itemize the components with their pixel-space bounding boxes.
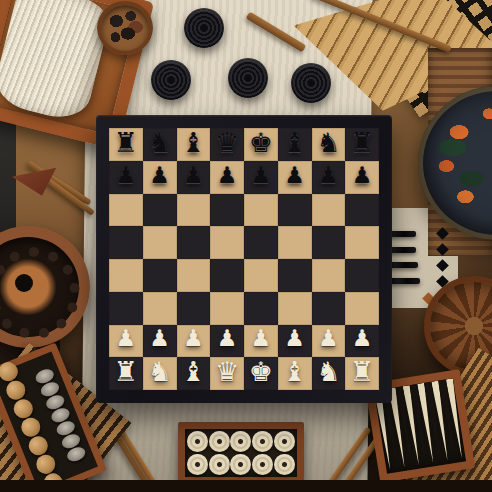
square-f8[interactable]: ♝ — [278, 128, 312, 161]
square-e8[interactable]: ♚ — [244, 128, 278, 161]
square-d8[interactable]: ♛ — [210, 128, 244, 161]
square-g8[interactable]: ♞ — [312, 128, 346, 161]
square-g5[interactable] — [312, 226, 346, 259]
square-g1[interactable]: ♞ — [312, 357, 346, 390]
piece-black-pawn[interactable]: ♟ — [116, 164, 137, 187]
square-h6[interactable] — [345, 194, 379, 227]
square-h1[interactable]: ♜ — [345, 357, 379, 390]
chess-board-grid: ♜♞♝♛♚♝♞♜♟♟♟♟♟♟♟♟♟♟♟♟♟♟♟♟♜♞♝♛♚♝♞♜ — [109, 128, 379, 390]
white-checker-disc — [209, 431, 230, 452]
bead-bowl-center — [15, 274, 33, 292]
square-g6[interactable] — [312, 194, 346, 227]
square-f2[interactable]: ♟ — [278, 325, 312, 358]
square-e2[interactable]: ♟ — [244, 325, 278, 358]
white-checker-disc — [252, 431, 273, 452]
square-h8[interactable]: ♜ — [345, 128, 379, 161]
bead-bowl — [0, 226, 90, 348]
square-h7[interactable]: ♟ — [345, 161, 379, 194]
disc-row — [187, 454, 295, 475]
square-g7[interactable]: ♟ — [312, 161, 346, 194]
tray-of-white-checkers — [178, 422, 304, 484]
square-h4[interactable] — [345, 259, 379, 292]
square-b5[interactable] — [143, 226, 177, 259]
square-c4[interactable] — [177, 259, 211, 292]
piece-black-bishop[interactable]: ♝ — [283, 129, 307, 156]
white-checker-disc — [252, 454, 273, 475]
square-a7[interactable]: ♟ — [109, 161, 143, 194]
wooden-bowl-with-stones — [97, 1, 153, 55]
piece-black-pawn[interactable]: ♟ — [284, 164, 305, 187]
white-checker-disc — [274, 431, 295, 452]
white-checker-disc — [230, 454, 251, 475]
square-f7[interactable]: ♟ — [278, 161, 312, 194]
table-edge-shadow — [0, 480, 492, 492]
square-g2[interactable]: ♟ — [312, 325, 346, 358]
white-checker-disc — [209, 454, 230, 475]
square-b8[interactable]: ♞ — [143, 128, 177, 161]
square-b2[interactable]: ♟ — [143, 325, 177, 358]
square-e6[interactable] — [244, 194, 278, 227]
square-b3[interactable] — [143, 292, 177, 325]
piece-black-pawn[interactable]: ♟ — [251, 164, 272, 187]
square-a5[interactable] — [109, 226, 143, 259]
square-c5[interactable] — [177, 226, 211, 259]
square-c6[interactable] — [177, 194, 211, 227]
square-a4[interactable] — [109, 259, 143, 292]
piece-white-queen[interactable]: ♛ — [215, 358, 239, 385]
black-checker-disc — [151, 60, 191, 100]
black-checker-disc — [291, 63, 331, 103]
square-f1[interactable]: ♝ — [278, 357, 312, 390]
piece-black-knight[interactable]: ♞ — [316, 129, 340, 156]
square-d4[interactable] — [210, 259, 244, 292]
bead-ring — [0, 247, 80, 339]
square-g3[interactable] — [312, 292, 346, 325]
square-b4[interactable] — [143, 259, 177, 292]
piece-white-bishop[interactable]: ♝ — [181, 358, 205, 385]
white-checker-disc — [187, 454, 208, 475]
piece-black-queen[interactable]: ♛ — [215, 129, 239, 156]
square-e7[interactable]: ♟ — [244, 161, 278, 194]
square-f4[interactable] — [278, 259, 312, 292]
piece-white-pawn[interactable]: ♟ — [318, 327, 339, 350]
square-a2[interactable]: ♟ — [109, 325, 143, 358]
piece-black-pawn[interactable]: ♟ — [352, 164, 373, 187]
piece-white-pawn[interactable]: ♟ — [149, 327, 170, 350]
piece-white-pawn[interactable]: ♟ — [217, 327, 238, 350]
square-b1[interactable]: ♞ — [143, 357, 177, 390]
piece-black-rook[interactable]: ♜ — [114, 129, 138, 156]
piece-white-knight[interactable]: ♞ — [148, 358, 172, 385]
square-a6[interactable] — [109, 194, 143, 227]
piece-black-bishop[interactable]: ♝ — [181, 129, 205, 156]
piece-white-rook[interactable]: ♜ — [114, 358, 138, 385]
piece-white-pawn[interactable]: ♟ — [284, 327, 305, 350]
square-h2[interactable]: ♟ — [345, 325, 379, 358]
square-e4[interactable] — [244, 259, 278, 292]
white-checker-disc — [274, 454, 295, 475]
square-d5[interactable] — [210, 226, 244, 259]
square-d6[interactable] — [210, 194, 244, 227]
square-d3[interactable] — [210, 292, 244, 325]
square-c3[interactable] — [177, 292, 211, 325]
piece-black-pawn[interactable]: ♟ — [149, 164, 170, 187]
square-b6[interactable] — [143, 194, 177, 227]
square-h3[interactable] — [345, 292, 379, 325]
piece-white-pawn[interactable]: ♟ — [251, 327, 272, 350]
square-f5[interactable] — [278, 226, 312, 259]
piece-white-knight[interactable]: ♞ — [316, 358, 340, 385]
square-e1[interactable]: ♚ — [244, 357, 278, 390]
white-checker-disc — [187, 431, 208, 452]
piece-black-rook[interactable]: ♜ — [350, 129, 374, 156]
square-c2[interactable]: ♟ — [177, 325, 211, 358]
square-d7[interactable]: ♟ — [210, 161, 244, 194]
square-c7[interactable]: ♟ — [177, 161, 211, 194]
square-e5[interactable] — [244, 226, 278, 259]
square-c1[interactable]: ♝ — [177, 357, 211, 390]
square-h5[interactable] — [345, 226, 379, 259]
square-c8[interactable]: ♝ — [177, 128, 211, 161]
tabletop-scene: ♜♞♝♛♚♝♞♜♟♟♟♟♟♟♟♟♟♟♟♟♟♟♟♟♜♞♝♛♚♝♞♜ — [0, 0, 492, 492]
square-f3[interactable] — [278, 292, 312, 325]
square-e3[interactable] — [244, 292, 278, 325]
black-checker-disc — [228, 58, 268, 98]
white-checker-disc — [230, 431, 251, 452]
piece-white-bishop[interactable]: ♝ — [283, 358, 307, 385]
square-b7[interactable]: ♟ — [143, 161, 177, 194]
square-a8[interactable]: ♜ — [109, 128, 143, 161]
square-d1[interactable]: ♛ — [210, 357, 244, 390]
piece-white-pawn[interactable]: ♟ — [116, 327, 137, 350]
piece-white-pawn[interactable]: ♟ — [352, 327, 373, 350]
piece-white-king[interactable]: ♚ — [249, 358, 273, 385]
piece-black-knight[interactable]: ♞ — [148, 129, 172, 156]
black-checker-disc — [184, 8, 224, 48]
paper-roll — [0, 0, 114, 124]
piece-black-king[interactable]: ♚ — [249, 129, 273, 156]
piece-white-pawn[interactable]: ♟ — [183, 327, 204, 350]
square-d2[interactable]: ♟ — [210, 325, 244, 358]
square-a3[interactable] — [109, 292, 143, 325]
disc-row — [187, 431, 295, 452]
piece-black-pawn[interactable]: ♟ — [318, 164, 339, 187]
piece-white-rook[interactable]: ♜ — [350, 358, 374, 385]
black-peg — [388, 278, 420, 284]
chess-board: ♜♞♝♛♚♝♞♜♟♟♟♟♟♟♟♟♟♟♟♟♟♟♟♟♜♞♝♛♚♝♞♜ — [96, 115, 392, 403]
square-f6[interactable] — [278, 194, 312, 227]
piece-black-pawn[interactable]: ♟ — [217, 164, 238, 187]
square-g4[interactable] — [312, 259, 346, 292]
square-a1[interactable]: ♜ — [109, 357, 143, 390]
piece-black-pawn[interactable]: ♟ — [183, 164, 204, 187]
